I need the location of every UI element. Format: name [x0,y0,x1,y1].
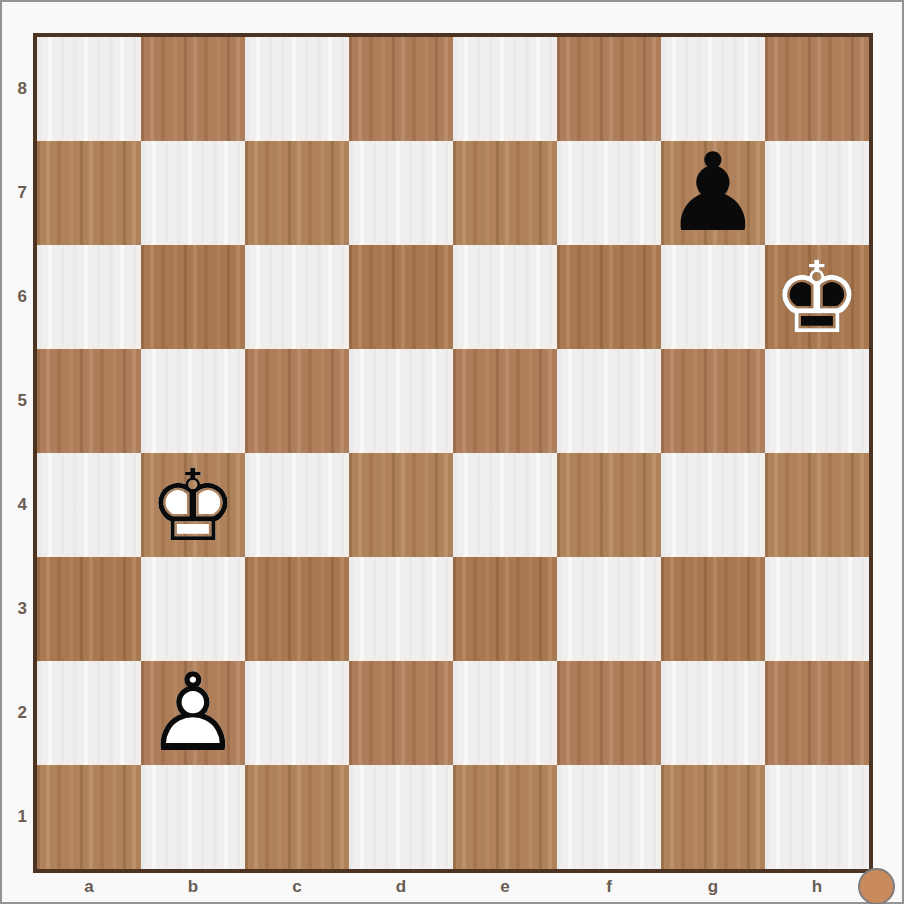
square-g7[interactable]: ♟ [661,141,765,245]
square-e3[interactable] [453,557,557,661]
square-e8[interactable] [453,37,557,141]
square-f1[interactable] [557,765,661,869]
square-a1[interactable] [37,765,141,869]
file-label-e: e [453,871,557,902]
rank-label-8: 8 [0,37,33,141]
square-h7[interactable] [765,141,869,245]
square-g8[interactable] [661,37,765,141]
square-e2[interactable] [453,661,557,765]
square-e4[interactable] [453,453,557,557]
square-f7[interactable] [557,141,661,245]
turn-indicator [858,868,895,904]
square-a3[interactable] [37,557,141,661]
square-g4[interactable] [661,453,765,557]
square-d2[interactable] [349,661,453,765]
square-g3[interactable] [661,557,765,661]
square-a4[interactable] [37,453,141,557]
square-d8[interactable] [349,37,453,141]
file-label-d: d [349,871,453,902]
square-d7[interactable] [349,141,453,245]
square-f6[interactable] [557,245,661,349]
square-h2[interactable] [765,661,869,765]
square-a5[interactable] [37,349,141,453]
square-c6[interactable] [245,245,349,349]
rank-label-4: 4 [0,453,33,557]
square-g1[interactable] [661,765,765,869]
square-f4[interactable] [557,453,661,557]
square-e7[interactable] [453,141,557,245]
square-e5[interactable] [453,349,557,453]
file-label-b: b [141,871,245,902]
white-king[interactable]: ♚♔ [141,453,245,557]
square-f5[interactable] [557,349,661,453]
square-h6[interactable]: ♚♔ [765,245,869,349]
white-pawn-outline-icon: ♙ [141,661,245,765]
rank-label-7: 7 [0,141,33,245]
square-b4[interactable]: ♚♔ [141,453,245,557]
square-g5[interactable] [661,349,765,453]
square-a7[interactable] [37,141,141,245]
square-h1[interactable] [765,765,869,869]
black-pawn-icon: ♟ [661,141,765,245]
square-c7[interactable] [245,141,349,245]
square-a8[interactable] [37,37,141,141]
rank-label-3: 3 [0,557,33,661]
square-h4[interactable] [765,453,869,557]
square-d3[interactable] [349,557,453,661]
file-label-h: h [765,871,869,902]
square-d1[interactable] [349,765,453,869]
file-label-g: g [661,871,765,902]
square-g6[interactable] [661,245,765,349]
square-f2[interactable] [557,661,661,765]
file-label-f: f [557,871,661,902]
square-b2[interactable]: ♟♙ [141,661,245,765]
file-label-c: c [245,871,349,902]
square-e1[interactable] [453,765,557,869]
square-b6[interactable] [141,245,245,349]
white-pawn[interactable]: ♟♙ [141,661,245,765]
square-b3[interactable] [141,557,245,661]
square-b8[interactable] [141,37,245,141]
file-labels: abcdefgh [37,871,869,902]
square-c3[interactable] [245,557,349,661]
square-c2[interactable] [245,661,349,765]
square-b1[interactable] [141,765,245,869]
rank-label-5: 5 [0,349,33,453]
chess-board: ♟♚♔♚♔♟♙ [33,33,873,873]
square-h8[interactable] [765,37,869,141]
square-h3[interactable] [765,557,869,661]
square-f8[interactable] [557,37,661,141]
square-b7[interactable] [141,141,245,245]
square-a6[interactable] [37,245,141,349]
black-king[interactable]: ♚♔ [765,245,869,349]
square-e6[interactable] [453,245,557,349]
square-d5[interactable] [349,349,453,453]
rank-labels: 87654321 [0,37,33,869]
square-h5[interactable] [765,349,869,453]
rank-label-6: 6 [0,245,33,349]
black-king-outline-icon: ♔ [765,245,869,349]
chess-board-screen: 87654321 ♟♚♔♚♔♟♙ abcdefgh [0,0,904,904]
square-a2[interactable] [37,661,141,765]
square-d6[interactable] [349,245,453,349]
square-f3[interactable] [557,557,661,661]
square-c1[interactable] [245,765,349,869]
rank-label-2: 2 [0,661,33,765]
square-b5[interactable] [141,349,245,453]
file-label-a: a [37,871,141,902]
black-pawn[interactable]: ♟ [661,141,765,245]
square-c8[interactable] [245,37,349,141]
rank-label-1: 1 [0,765,33,869]
square-g2[interactable] [661,661,765,765]
square-d4[interactable] [349,453,453,557]
white-king-outline-icon: ♔ [141,453,245,557]
square-c5[interactable] [245,349,349,453]
square-c4[interactable] [245,453,349,557]
